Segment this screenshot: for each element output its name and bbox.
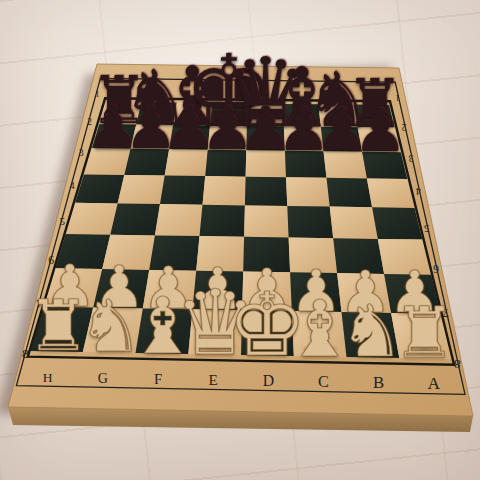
square-c5[interactable]	[287, 206, 333, 238]
square-e4[interactable]	[203, 176, 246, 205]
piece-black-pawn-a2[interactable]: ♟	[353, 100, 407, 160]
file-label-H: H	[43, 370, 53, 385]
file-label-B: B	[373, 373, 384, 392]
square-b4[interactable]	[327, 178, 373, 207]
square-g5[interactable]	[110, 204, 160, 236]
square-h4[interactable]	[75, 175, 124, 204]
file-label-A: A	[428, 373, 441, 393]
rank-label-left-5: 5	[59, 215, 65, 227]
rank-label-right-4: 4	[415, 186, 421, 197]
square-d5[interactable]	[244, 205, 289, 237]
rank-label-left-3: 3	[79, 147, 84, 158]
square-e5[interactable]	[200, 205, 245, 237]
file-label-G: G	[98, 370, 108, 386]
square-d4[interactable]	[245, 177, 287, 206]
rank-label-left-4: 4	[70, 180, 76, 191]
square-g4[interactable]	[118, 175, 165, 204]
square-b5[interactable]	[330, 207, 378, 239]
square-a5[interactable]	[372, 207, 422, 239]
square-a4[interactable]	[367, 178, 415, 208]
square-c4[interactable]	[286, 177, 330, 206]
file-label-F: F	[154, 371, 162, 387]
rank-label-right-3: 3	[408, 153, 413, 164]
rank-label-right-5: 5	[424, 223, 430, 235]
piece-white-rook-a8[interactable]: ♜	[393, 298, 456, 368]
photo-scene: HGFEDCBA1122334455667788 ♜♞♝♚♛♝♞♜♟♟♟♟♟♟♟…	[0, 0, 480, 480]
square-f4[interactable]	[160, 176, 205, 205]
file-label-C: C	[318, 372, 329, 391]
square-f5[interactable]	[155, 204, 203, 236]
